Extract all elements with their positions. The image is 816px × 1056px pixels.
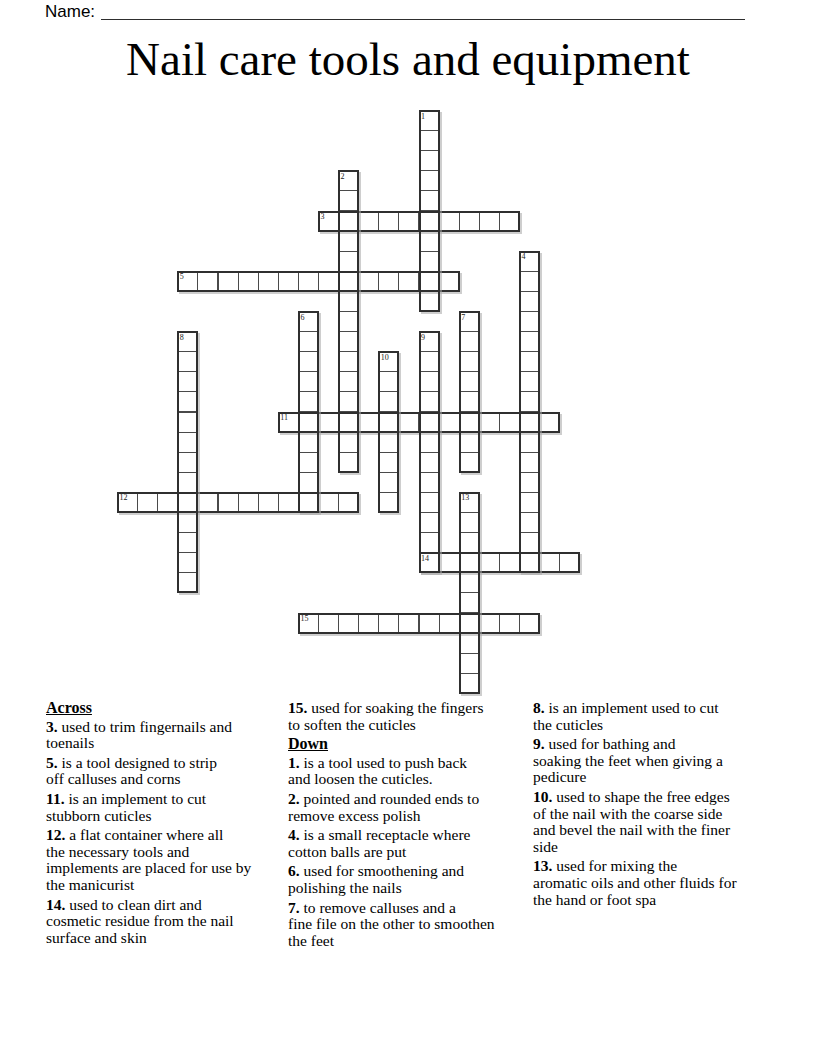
grid-cell-r8c13[interactable] (378, 271, 399, 292)
grid-cell-r23c3[interactable] (177, 572, 198, 593)
grid-cell-r11c20[interactable] (519, 331, 540, 352)
cell-number-2: 2 (341, 173, 345, 181)
grid-cell-r11c11[interactable] (338, 331, 359, 352)
clue-15: 15. used for soaking the fingers to soft… (288, 700, 530, 733)
clue-2: 2. pointed and rounded ends to remove ex… (288, 791, 530, 824)
grid-cell-r25c15[interactable] (419, 613, 440, 634)
grid-cell-r12c9[interactable] (298, 351, 319, 372)
grid-cell-r22c20[interactable] (519, 552, 540, 573)
grid-cell-r17c13[interactable] (378, 452, 399, 473)
grid-cell-r17c3[interactable] (177, 452, 198, 473)
clue-text: is a small receptacle where cotton balls… (288, 826, 470, 860)
grid-cell-r9c11[interactable] (338, 291, 359, 312)
grid-cell-r6c11[interactable] (338, 231, 359, 252)
page-title: Nail care tools and equipment (0, 33, 816, 85)
grid-cell-r9c20[interactable] (519, 291, 540, 312)
grid-cell-r15c3[interactable] (177, 412, 198, 433)
grid-cell-r18c15[interactable] (419, 472, 440, 493)
grid-cell-r19c3[interactable] (177, 492, 198, 513)
grid-cell-r19c9[interactable] (298, 492, 319, 513)
grid-cell-r8c7[interactable] (258, 271, 279, 292)
clue-4: 4. is a small receptacle where cotton ba… (288, 827, 530, 860)
clue-number-label: 14. (46, 896, 69, 913)
grid-cell-r8c11[interactable] (338, 271, 359, 292)
grid-cell-r10c11[interactable] (338, 311, 359, 332)
grid-cell-r13c3[interactable] (177, 371, 198, 392)
clue-number-label: 15. (288, 699, 311, 716)
grid-cell-r8c4[interactable] (197, 271, 218, 292)
grid-cell-r28c17[interactable] (459, 673, 480, 694)
clue-12: 12. a flat container where all the neces… (46, 827, 290, 893)
grid-cell-r5c14[interactable] (398, 211, 419, 232)
grid-cell-r25c12[interactable] (358, 613, 379, 634)
clue-number-label: 1. (288, 754, 304, 771)
grid-cell-r14c15[interactable] (419, 391, 440, 412)
clue-number-label: 7. (288, 899, 304, 916)
grid-cell-r8c15[interactable] (419, 271, 440, 292)
grid-cell-r22c17[interactable] (459, 552, 480, 573)
clue-number-label: 9. (533, 735, 549, 752)
grid-cell-r19c20[interactable] (519, 492, 540, 513)
grid-cell-r5c18[interactable] (479, 211, 500, 232)
grid-cell-r15c16[interactable] (439, 412, 460, 433)
clue-text: to remove calluses and a fine file on th… (288, 899, 495, 949)
grid-cell-r19c4[interactable] (197, 492, 218, 513)
grid-cell-r7c15[interactable] (419, 251, 440, 272)
clues-column-1: Across3. used to trim fingernails and to… (46, 700, 290, 949)
grid-cell-r11c17[interactable] (459, 331, 480, 352)
grid-cell-r8c6[interactable] (238, 271, 259, 292)
clues-column-3: 8. is an implement used to cut the cutic… (533, 700, 771, 911)
grid-cell-r9c15[interactable] (419, 291, 440, 312)
grid-cell-r14c20[interactable] (519, 391, 540, 412)
clue-text: used for bathing and soaking the feet wh… (533, 735, 723, 785)
grid-cell-r16c3[interactable] (177, 432, 198, 453)
worksheet-page: Name: Nail care tools and equipment 1234… (0, 0, 816, 1056)
cell-number-14: 14 (421, 555, 429, 563)
grid-cell-r13c15[interactable] (419, 371, 440, 392)
grid-cell-r16c13[interactable] (378, 432, 399, 453)
cell-number-10: 10 (381, 354, 389, 362)
grid-cell-r8c10[interactable] (318, 271, 339, 292)
grid-cell-r21c20[interactable] (519, 532, 540, 553)
grid-cell-r20c20[interactable] (519, 512, 540, 533)
clue-text: used to shape the free edges of the nail… (533, 788, 730, 855)
clues-header-across: Across (46, 700, 290, 717)
grid-cell-r13c13[interactable] (378, 371, 399, 392)
clue-3: 3. used to trim fingernails and toenails (46, 719, 290, 752)
grid-cell-r22c19[interactable] (499, 552, 520, 573)
grid-cell-r22c18[interactable] (479, 552, 500, 573)
grid-cell-r15c10[interactable] (318, 412, 339, 433)
grid-cell-r5c12[interactable] (358, 211, 379, 232)
grid-cell-r15c19[interactable] (499, 412, 520, 433)
grid-cell-r23c17[interactable] (459, 572, 480, 593)
grid-cell-r1c15[interactable] (419, 130, 440, 151)
grid-cell-r18c13[interactable] (378, 472, 399, 493)
clue-8: 8. is an implement used to cut the cutic… (533, 700, 771, 733)
clue-text: used for smoothening and polishing the n… (288, 862, 464, 896)
crossword-grid: 123456789101112131415 (117, 110, 579, 693)
cell-number-11: 11 (280, 414, 288, 422)
grid-cell-r8c9[interactable] (298, 271, 319, 292)
grid-cell-r25c13[interactable] (378, 613, 399, 634)
clue-text: is an implement used to cut the cuticles (533, 699, 719, 733)
grid-cell-r22c21[interactable] (539, 552, 560, 573)
clue-text: is a tool designed to strip off calluses… (46, 754, 217, 788)
grid-cell-r12c11[interactable] (338, 351, 359, 372)
clue-text: used to clean dirt and cosmetic residue … (46, 896, 234, 946)
grid-cell-r19c8[interactable] (278, 492, 299, 513)
grid-cell-r11c9[interactable] (298, 331, 319, 352)
grid-cell-r17c17[interactable] (459, 452, 480, 473)
grid-cell-r8c14[interactable] (398, 271, 419, 292)
grid-cell-r2c15[interactable] (419, 150, 440, 171)
grid-cell-r22c3[interactable] (177, 552, 198, 573)
grid-cell-r18c9[interactable] (298, 472, 319, 493)
cell-number-7: 7 (461, 314, 465, 322)
grid-cell-r19c15[interactable] (419, 492, 440, 513)
grid-cell-r14c11[interactable] (338, 391, 359, 412)
cell-number-13: 13 (461, 494, 469, 502)
name-label: Name: (45, 2, 95, 22)
grid-cell-r20c3[interactable] (177, 512, 198, 533)
grid-cell-r8c5[interactable] (218, 271, 239, 292)
grid-cell-r4c11[interactable] (338, 190, 359, 211)
clue-10: 10. used to shape the free edges of the … (533, 789, 771, 855)
clue-5: 5. is a tool designed to strip off callu… (46, 755, 290, 788)
clue-text: is a tool used to push back and loosen t… (288, 754, 467, 788)
grid-cell-r5c11[interactable] (338, 211, 359, 232)
grid-cell-r4c15[interactable] (419, 190, 440, 211)
grid-cell-r25c19[interactable] (499, 613, 520, 634)
clue-number-label: 13. (533, 857, 556, 874)
grid-cell-r12c20[interactable] (519, 351, 540, 372)
grid-cell-r20c15[interactable] (419, 512, 440, 533)
clue-number-label: 2. (288, 790, 304, 807)
grid-cell-r21c3[interactable] (177, 532, 198, 553)
grid-cell-r6c15[interactable] (419, 231, 440, 252)
grid-cell-r17c11[interactable] (338, 452, 359, 473)
clue-13: 13. used for mixing the aromatic oils an… (533, 858, 771, 908)
grid-cell-r14c9[interactable] (298, 391, 319, 412)
clues-column-2: 15. used for soaking the fingers to soft… (288, 700, 530, 952)
clue-number-label: 6. (288, 862, 304, 879)
clue-number-label: 10. (533, 788, 556, 805)
grid-cell-r16c20[interactable] (519, 432, 540, 453)
grid-cell-r5c19[interactable] (499, 211, 520, 232)
grid-cell-r15c20[interactable] (519, 412, 540, 433)
cell-number-5: 5 (180, 273, 184, 281)
grid-cell-r17c20[interactable] (519, 452, 540, 473)
grid-cell-r19c10[interactable] (318, 492, 339, 513)
grid-cell-r5c15[interactable] (419, 211, 440, 232)
grid-cell-r15c15[interactable] (419, 412, 440, 433)
grid-cell-r24c17[interactable] (459, 592, 480, 613)
grid-cell-r14c17[interactable] (459, 391, 480, 412)
grid-cell-r5c17[interactable] (459, 211, 480, 232)
clue-text: a flat container where all the necessary… (46, 826, 251, 893)
grid-cell-r15c13[interactable] (378, 412, 399, 433)
name-blank-line[interactable] (101, 1, 745, 20)
grid-cell-r25c14[interactable] (398, 613, 419, 634)
grid-cell-r15c21[interactable] (539, 412, 560, 433)
grid-cell-r15c11[interactable] (338, 412, 359, 433)
grid-cell-r15c9[interactable] (298, 412, 319, 433)
cell-number-6: 6 (300, 314, 304, 322)
grid-cell-r19c5[interactable] (218, 492, 239, 513)
grid-cell-r18c3[interactable] (177, 472, 198, 493)
grid-cell-r8c12[interactable] (358, 271, 379, 292)
grid-cell-r16c17[interactable] (459, 432, 480, 453)
grid-cell-r8c16[interactable] (439, 271, 460, 292)
grid-cell-r16c15[interactable] (419, 432, 440, 453)
grid-cell-r16c9[interactable] (298, 432, 319, 453)
grid-cell-r8c8[interactable] (278, 271, 299, 292)
grid-cell-r22c16[interactable] (439, 552, 460, 573)
grid-cell-r22c22[interactable] (559, 552, 580, 573)
grid-cell-r12c3[interactable] (177, 351, 198, 372)
grid-cell-r19c1[interactable] (137, 492, 158, 513)
grid-cell-r13c11[interactable] (338, 371, 359, 392)
clue-text: pointed and rounded ends to remove exces… (288, 790, 479, 824)
grid-cell-r15c14[interactable] (398, 412, 419, 433)
clue-number-label: 3. (46, 718, 62, 735)
cell-number-3: 3 (321, 213, 325, 221)
clue-text: used to trim fingernails and toenails (46, 718, 232, 752)
cell-number-9: 9 (421, 334, 425, 342)
grid-cell-r25c10[interactable] (318, 613, 339, 634)
grid-cell-r7c11[interactable] (338, 251, 359, 272)
grid-cell-r17c15[interactable] (419, 452, 440, 473)
grid-cell-r14c13[interactable] (378, 391, 399, 412)
grid-cell-r19c7[interactable] (258, 492, 279, 513)
cell-number-4: 4 (522, 253, 526, 261)
clue-text: is an implement to cut stubborn cuticles (46, 790, 206, 824)
grid-cell-r20c17[interactable] (459, 512, 480, 533)
clue-number-label: 4. (288, 826, 304, 843)
grid-cell-r10c20[interactable] (519, 311, 540, 332)
clue-6: 6. used for smoothening and polishing th… (288, 863, 530, 896)
cell-number-15: 15 (300, 615, 308, 623)
clue-text: used for mixing the aromatic oils and ot… (533, 857, 737, 907)
grid-cell-r3c15[interactable] (419, 170, 440, 191)
grid-cell-r13c9[interactable] (298, 371, 319, 392)
grid-cell-r25c11[interactable] (338, 613, 359, 634)
grid-cell-r15c12[interactable] (358, 412, 379, 433)
grid-cell-r25c16[interactable] (439, 613, 460, 634)
grid-cell-r19c11[interactable] (338, 492, 359, 513)
grid-cell-r12c15[interactable] (419, 351, 440, 372)
grid-cell-r25c20[interactable] (519, 613, 540, 634)
grid-cell-r26c17[interactable] (459, 633, 480, 654)
grid-cell-r25c18[interactable] (479, 613, 500, 634)
cell-number-1: 1 (421, 113, 425, 121)
grid-cell-r12c17[interactable] (459, 351, 480, 372)
clue-14: 14. used to clean dirt and cosmetic resi… (46, 897, 290, 947)
grid-cell-r14c3[interactable] (177, 391, 198, 412)
grid-cell-r13c17[interactable] (459, 371, 480, 392)
clue-7: 7. to remove calluses and a fine file on… (288, 900, 530, 950)
grid-cell-r19c6[interactable] (238, 492, 259, 513)
clue-number-label: 5. (46, 754, 62, 771)
clue-text: used for soaking the fingers to soften t… (288, 699, 483, 733)
grid-cell-r21c17[interactable] (459, 532, 480, 553)
grid-cell-r13c20[interactable] (519, 371, 540, 392)
clue-11: 11. is an implement to cut stubborn cuti… (46, 791, 290, 824)
grid-cell-r15c18[interactable] (479, 412, 500, 433)
grid-cell-r27c17[interactable] (459, 653, 480, 674)
grid-cell-r25c17[interactable] (459, 613, 480, 634)
clue-number-label: 8. (533, 699, 549, 716)
clue-1: 1. is a tool used to push back and loose… (288, 755, 530, 788)
grid-cell-r5c16[interactable] (439, 211, 460, 232)
grid-cell-r16c11[interactable] (338, 432, 359, 453)
clue-number-label: 11. (46, 790, 68, 807)
clue-number-label: 12. (46, 826, 69, 843)
grid-cell-r18c20[interactable] (519, 472, 540, 493)
grid-cell-r17c9[interactable] (298, 452, 319, 473)
clue-9: 9. used for bathing and soaking the feet… (533, 736, 771, 786)
cell-number-8: 8 (180, 334, 184, 342)
grid-cell-r5c13[interactable] (378, 211, 399, 232)
clues-header-down: Down (288, 736, 530, 753)
grid-cell-r8c20[interactable] (519, 271, 540, 292)
grid-cell-r19c13[interactable] (378, 492, 399, 513)
grid-cell-r19c2[interactable] (157, 492, 178, 513)
grid-cell-r21c15[interactable] (419, 532, 440, 553)
grid-cell-r15c17[interactable] (459, 412, 480, 433)
cell-number-12: 12 (120, 494, 128, 502)
